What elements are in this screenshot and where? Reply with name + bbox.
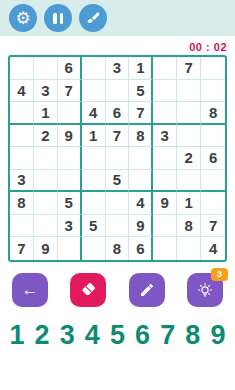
grid-cell-r7c5[interactable]: [106, 192, 130, 215]
grid-cell-r3c9[interactable]: 8: [201, 102, 225, 125]
grid-cell-r4c9[interactable]: [201, 125, 225, 148]
grid-cell-r7c9[interactable]: [201, 192, 225, 215]
grid-cell-r3c1[interactable]: [10, 102, 34, 125]
grid-cell-r7c3[interactable]: 5: [58, 192, 82, 215]
grid-cell-r9c9[interactable]: 4: [201, 237, 225, 260]
grid-cell-r9c4[interactable]: [82, 237, 106, 260]
grid-cell-r3c7[interactable]: [153, 102, 177, 125]
top-bar: ⚙: [0, 0, 235, 36]
grid-cell-r1c2[interactable]: [34, 57, 58, 80]
timer: 00 : 02: [0, 41, 235, 53]
lightbulb-icon: [196, 281, 214, 299]
grid-cell-r4c1[interactable]: [10, 125, 34, 148]
grid-cell-r8c1[interactable]: [10, 215, 34, 238]
grid-cell-r1c3[interactable]: 6: [58, 57, 82, 80]
grid-cell-r5c9[interactable]: 6: [201, 147, 225, 170]
grid-cell-r2c4[interactable]: [82, 80, 106, 103]
number-key-3[interactable]: 3: [56, 322, 78, 349]
grid-cell-r6c7[interactable]: [153, 170, 177, 193]
grid-cell-r1c7[interactable]: [153, 57, 177, 80]
pause-icon: [53, 13, 63, 24]
settings-button[interactable]: ⚙: [9, 4, 37, 32]
grid-cell-r2c3[interactable]: 7: [58, 80, 82, 103]
grid-cell-r9c7[interactable]: [153, 237, 177, 260]
grid-cell-r8c7[interactable]: [153, 215, 177, 238]
grid-cell-r5c3[interactable]: [58, 147, 82, 170]
grid-cell-r8c5[interactable]: [106, 215, 130, 238]
number-key-2[interactable]: 2: [31, 322, 53, 349]
grid-cell-r8c3[interactable]: 3: [58, 215, 82, 238]
grid-cell-r6c3[interactable]: [58, 170, 82, 193]
sudoku-grid: 63174375146782917832635854913598779864: [8, 55, 227, 262]
grid-cell-r1c6[interactable]: 1: [129, 57, 153, 80]
grid-cell-r5c7[interactable]: [153, 147, 177, 170]
pause-button[interactable]: [44, 4, 72, 32]
grid-cell-r6c8[interactable]: [177, 170, 201, 193]
grid-cell-r3c2[interactable]: 1: [34, 102, 58, 125]
grid-cell-r7c7[interactable]: 9: [153, 192, 177, 215]
grid-cell-r8c8[interactable]: 8: [177, 215, 201, 238]
grid-cell-r9c8[interactable]: [177, 237, 201, 260]
number-pad: 123456789: [0, 322, 235, 349]
grid-cell-r2c7[interactable]: [153, 80, 177, 103]
grid-cell-r4c5[interactable]: 7: [106, 125, 130, 148]
grid-cell-r3c8[interactable]: [177, 102, 201, 125]
grid-cell-r4c3[interactable]: 9: [58, 125, 82, 148]
theme-button[interactable]: [79, 4, 107, 32]
number-key-8[interactable]: 8: [182, 322, 204, 349]
grid-cell-r3c5[interactable]: 6: [106, 102, 130, 125]
grid-cell-r1c5[interactable]: 3: [106, 57, 130, 80]
grid-cell-r5c5[interactable]: [106, 147, 130, 170]
pencil-button[interactable]: [129, 273, 165, 307]
grid-cell-r8c9[interactable]: 7: [201, 215, 225, 238]
number-key-5[interactable]: 5: [107, 322, 129, 349]
grid-cell-r7c6[interactable]: 4: [129, 192, 153, 215]
grid-cell-r9c6[interactable]: 6: [129, 237, 153, 260]
grid-cell-r8c6[interactable]: 9: [129, 215, 153, 238]
grid-cell-r9c1[interactable]: 7: [10, 237, 34, 260]
grid-cell-r3c4[interactable]: 4: [82, 102, 106, 125]
grid-cell-r3c6[interactable]: 7: [129, 102, 153, 125]
eraser-icon: [80, 281, 97, 298]
grid-cell-r9c5[interactable]: 8: [106, 237, 130, 260]
grid-cell-r2c8[interactable]: [177, 80, 201, 103]
grid-cell-r9c3[interactable]: [58, 237, 82, 260]
pencil-icon: [139, 282, 155, 298]
hint-count-badge: 3: [211, 268, 228, 281]
number-key-4[interactable]: 4: [81, 322, 103, 349]
grid-cell-r1c1[interactable]: [10, 57, 34, 80]
grid-cell-r2c1[interactable]: 4: [10, 80, 34, 103]
grid-cell-r4c4[interactable]: 1: [82, 125, 106, 148]
grid-cell-r6c2[interactable]: [34, 170, 58, 193]
grid-cell-r2c6[interactable]: 5: [129, 80, 153, 103]
number-key-1[interactable]: 1: [6, 322, 28, 349]
grid-cell-r8c4[interactable]: 5: [82, 215, 106, 238]
grid-cell-r5c1[interactable]: [10, 147, 34, 170]
number-key-7[interactable]: 7: [157, 322, 179, 349]
grid-cell-r7c4[interactable]: [82, 192, 106, 215]
paintbrush-icon: [86, 11, 101, 26]
control-bar: ← 3: [0, 273, 235, 307]
grid-cell-r8c2[interactable]: [34, 215, 58, 238]
grid-cell-r1c4[interactable]: [82, 57, 106, 80]
grid-cell-r9c2[interactable]: 9: [34, 237, 58, 260]
grid-cell-r5c4[interactable]: [82, 147, 106, 170]
grid-cell-r7c1[interactable]: 8: [10, 192, 34, 215]
grid-cell-r6c1[interactable]: 3: [10, 170, 34, 193]
grid-cell-r5c8[interactable]: 2: [177, 147, 201, 170]
undo-button[interactable]: ←: [12, 273, 48, 307]
grid-cell-r7c2[interactable]: [34, 192, 58, 215]
grid-cell-r5c6[interactable]: [129, 147, 153, 170]
number-key-9[interactable]: 9: [207, 322, 229, 349]
grid-cell-r4c8[interactable]: [177, 125, 201, 148]
grid-cell-r1c9[interactable]: [201, 57, 225, 80]
grid-cell-r2c2[interactable]: 3: [34, 80, 58, 103]
grid-cell-r4c7[interactable]: 3: [153, 125, 177, 148]
grid-cell-r6c4[interactable]: [82, 170, 106, 193]
grid-cell-r7c8[interactable]: 1: [177, 192, 201, 215]
grid-cell-r4c6[interactable]: 8: [129, 125, 153, 148]
grid-cell-r6c6[interactable]: [129, 170, 153, 193]
grid-cell-r1c8[interactable]: 7: [177, 57, 201, 80]
grid-cell-r4c2[interactable]: 2: [34, 125, 58, 148]
grid-cell-r2c5[interactable]: [106, 80, 130, 103]
grid-cell-r2c9[interactable]: [201, 80, 225, 103]
hint-button[interactable]: 3: [187, 273, 223, 307]
erase-button[interactable]: [70, 273, 106, 307]
grid-cell-r6c5[interactable]: 5: [106, 170, 130, 193]
gear-icon: ⚙: [15, 10, 30, 27]
left-arrow-icon: ←: [22, 281, 39, 298]
grid-cell-r3c3[interactable]: [58, 102, 82, 125]
number-key-6[interactable]: 6: [132, 322, 154, 349]
grid-cell-r5c2[interactable]: [34, 147, 58, 170]
grid-cell-r6c9[interactable]: [201, 170, 225, 193]
